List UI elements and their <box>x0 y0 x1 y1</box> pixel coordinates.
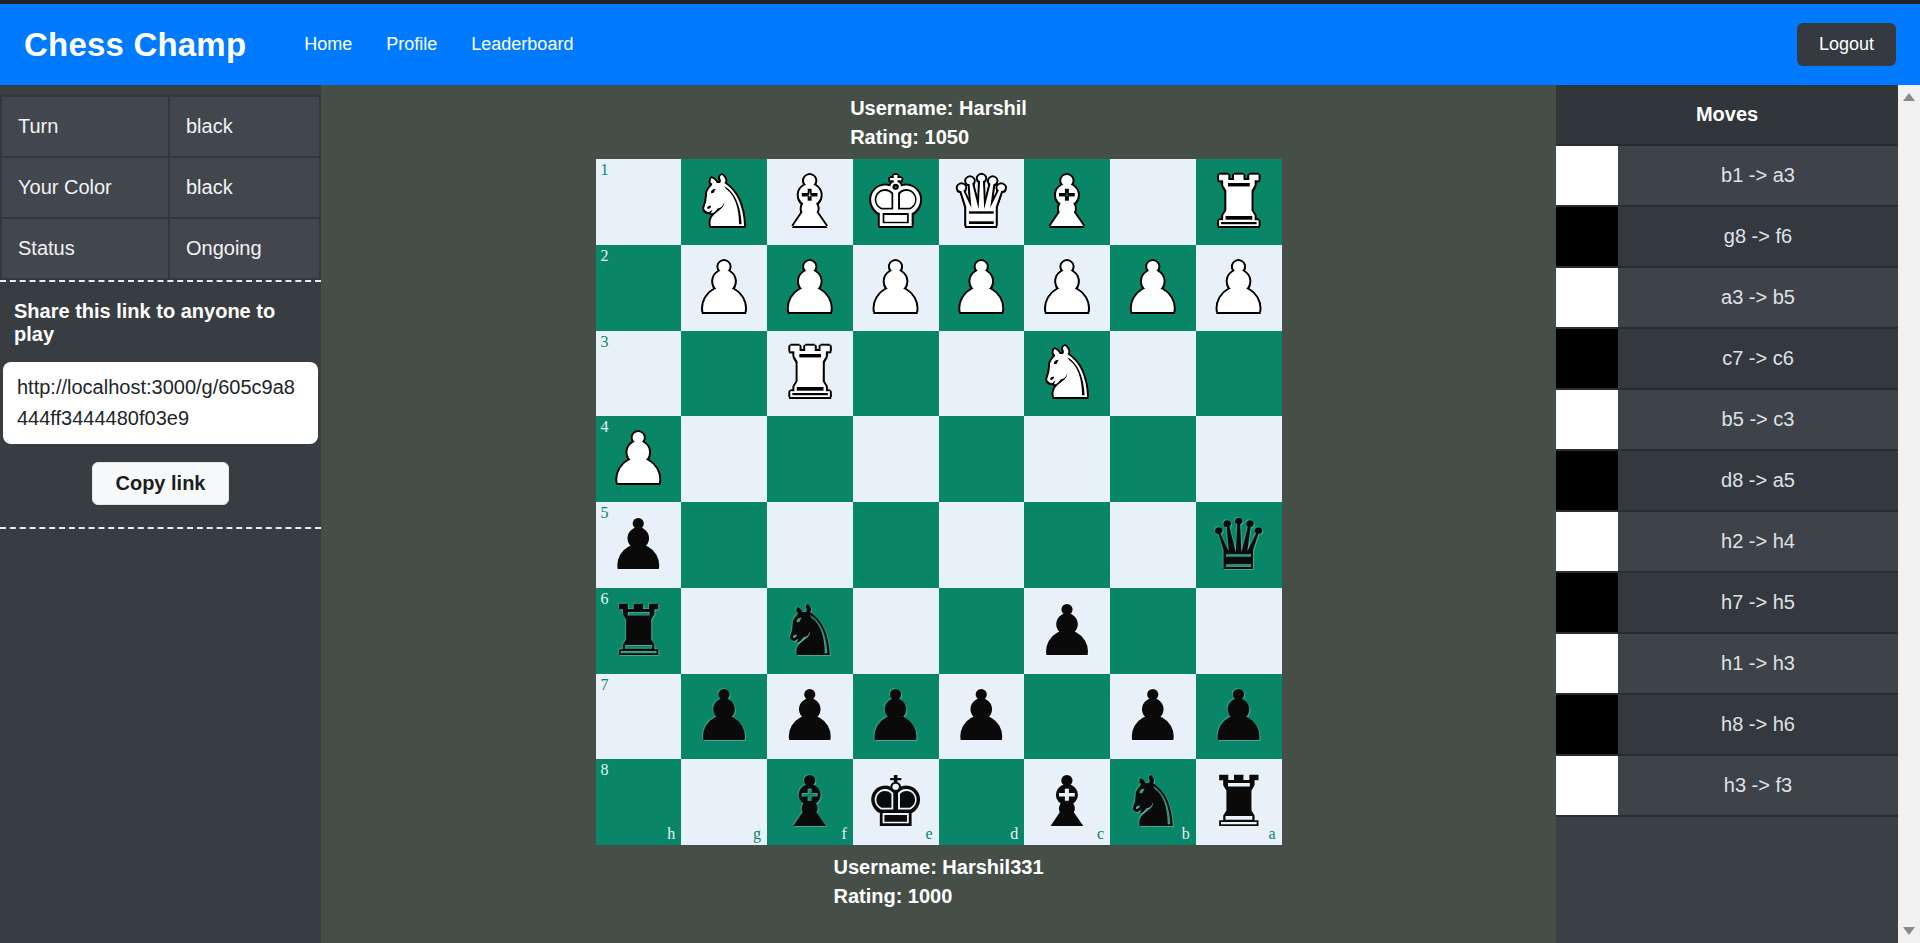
nav-leaderboard[interactable]: Leaderboard <box>471 34 573 55</box>
page: Chess Champ Home Profile Leaderboard Log… <box>0 0 1920 943</box>
square-d8[interactable]: d <box>939 759 1025 845</box>
square-c1[interactable]: ♝ <box>1024 159 1110 245</box>
square-e5[interactable] <box>853 502 939 588</box>
black-p-piece[interactable]: ♟ <box>950 681 1013 751</box>
white-move-swatch <box>1556 146 1618 205</box>
white-p-piece[interactable]: ♟ <box>778 253 841 323</box>
move-row: h2 -> h4 <box>1556 512 1898 573</box>
square-b2[interactable]: ♟ <box>1110 245 1196 331</box>
square-c8[interactable]: c♝ <box>1024 759 1110 845</box>
black-p-piece[interactable]: ♟ <box>1036 596 1099 666</box>
square-f6[interactable]: ♞ <box>767 588 853 674</box>
square-d1[interactable]: ♛ <box>939 159 1025 245</box>
table-row: Status Ongoing <box>1 218 320 279</box>
black-move-swatch <box>1556 695 1618 754</box>
square-a6[interactable] <box>1196 588 1282 674</box>
square-g2[interactable]: ♟ <box>681 245 767 331</box>
turn-value: black <box>169 96 320 157</box>
player-rating: Rating: 1000 <box>833 882 1043 911</box>
black-move-swatch <box>1556 451 1618 510</box>
move-text: b1 -> a3 <box>1618 146 1898 205</box>
file-label: c <box>1097 826 1104 842</box>
copy-link-button[interactable]: Copy link <box>92 462 228 505</box>
your-color-value: black <box>169 157 320 218</box>
rank-label: 8 <box>601 762 609 778</box>
file-label: d <box>1010 826 1018 842</box>
square-h2[interactable]: 2 <box>596 245 682 331</box>
square-g1[interactable]: ♞ <box>681 159 767 245</box>
square-h8[interactable]: 8h <box>596 759 682 845</box>
table-row: Your Color black <box>1 157 320 218</box>
rank-label: 1 <box>601 162 609 178</box>
move-text: g8 -> f6 <box>1618 207 1898 266</box>
file-label: g <box>753 826 761 842</box>
square-e8[interactable]: e♚ <box>853 759 939 845</box>
move-row: g8 -> f6 <box>1556 207 1898 268</box>
move-text: a3 -> b5 <box>1618 268 1898 327</box>
status-value: Ongoing <box>169 218 320 279</box>
rank-label: 7 <box>601 677 609 693</box>
square-g7[interactable]: ♟ <box>681 674 767 760</box>
black-n-piece[interactable]: ♞ <box>778 596 841 666</box>
your-color-label: Your Color <box>1 157 169 218</box>
square-a3[interactable] <box>1196 331 1282 417</box>
white-move-swatch <box>1556 390 1618 449</box>
square-g8[interactable]: g <box>681 759 767 845</box>
square-f4[interactable] <box>767 416 853 502</box>
square-h1[interactable]: 1 <box>596 159 682 245</box>
square-g6[interactable] <box>681 588 767 674</box>
square-a2[interactable]: ♟ <box>1196 245 1282 331</box>
move-text: h2 -> h4 <box>1618 512 1898 571</box>
logout-button[interactable]: Logout <box>1797 23 1896 66</box>
square-d3[interactable] <box>939 331 1025 417</box>
file-label: f <box>841 826 846 842</box>
move-text: h1 -> h3 <box>1618 634 1898 693</box>
moves-title: Moves <box>1556 85 1898 146</box>
black-move-swatch <box>1556 207 1618 266</box>
scroll-down-icon[interactable] <box>1903 927 1915 935</box>
move-row: b5 -> c3 <box>1556 390 1898 451</box>
square-c7[interactable] <box>1024 674 1110 760</box>
rank-label: 2 <box>601 248 609 264</box>
move-row: b1 -> a3 <box>1556 146 1898 207</box>
square-a4[interactable] <box>1196 416 1282 502</box>
black-move-swatch <box>1556 329 1618 388</box>
white-p-piece[interactable]: ♟ <box>693 253 756 323</box>
square-c2[interactable]: ♟ <box>1024 245 1110 331</box>
rank-label: 3 <box>601 334 609 350</box>
file-label: a <box>1268 826 1275 842</box>
black-b-piece[interactable]: ♝ <box>1036 767 1099 837</box>
white-p-piece[interactable]: ♟ <box>607 424 670 494</box>
square-e6[interactable] <box>853 588 939 674</box>
opponent-username: Username: Harshil <box>850 94 1027 123</box>
square-a7[interactable]: ♟ <box>1196 674 1282 760</box>
white-p-piece[interactable]: ♟ <box>864 253 927 323</box>
rank-label: 6 <box>601 591 609 607</box>
move-row: c7 -> c6 <box>1556 329 1898 390</box>
status-label: Status <box>1 218 169 279</box>
player-username: Username: Harshil331 <box>833 853 1043 882</box>
share-section: Share this link to anyone to play http:/… <box>0 282 321 529</box>
move-text: d8 -> a5 <box>1618 451 1898 510</box>
opponent-info: Username: Harshil Rating: 1050 <box>596 94 1282 152</box>
white-r-piece[interactable]: ♜ <box>1207 167 1270 237</box>
black-k-piece[interactable]: ♚ <box>864 767 927 837</box>
content-row: Turn black Your Color black Status Ongoi… <box>0 85 1920 943</box>
nav-profile[interactable]: Profile <box>386 34 437 55</box>
nav-home[interactable]: Home <box>304 34 352 55</box>
white-move-swatch <box>1556 512 1618 571</box>
square-b1[interactable] <box>1110 159 1196 245</box>
black-move-swatch <box>1556 573 1618 632</box>
app-title: Chess Champ <box>24 26 246 64</box>
white-move-swatch <box>1556 756 1618 815</box>
black-p-piece[interactable]: ♟ <box>1121 681 1184 751</box>
file-label: e <box>925 826 932 842</box>
file-label: b <box>1182 826 1190 842</box>
square-f5[interactable] <box>767 502 853 588</box>
app-header: Chess Champ Home Profile Leaderboard Log… <box>0 4 1920 85</box>
share-link-field[interactable]: http://localhost:3000/g/605c9a8444ff3444… <box>3 362 318 444</box>
main-nav: Home Profile Leaderboard <box>304 34 573 55</box>
game-info-sidebar: Turn black Your Color black Status Ongoi… <box>0 85 321 943</box>
move-text: b5 -> c3 <box>1618 390 1898 449</box>
square-b5[interactable] <box>1110 502 1196 588</box>
black-r-piece[interactable]: ♜ <box>607 596 670 666</box>
move-row: h1 -> h3 <box>1556 634 1898 695</box>
move-list: b1 -> a3g8 -> f6a3 -> b5c7 -> c6b5 -> c3… <box>1556 146 1898 817</box>
white-p-piece[interactable]: ♟ <box>950 253 1013 323</box>
square-b3[interactable] <box>1110 331 1196 417</box>
file-label: h <box>667 826 675 842</box>
white-b-piece[interactable]: ♝ <box>778 167 841 237</box>
square-a5[interactable]: ♛ <box>1196 502 1282 588</box>
black-p-piece[interactable]: ♟ <box>864 681 927 751</box>
square-e7[interactable]: ♟ <box>853 674 939 760</box>
square-a1[interactable]: ♜ <box>1196 159 1282 245</box>
square-a8[interactable]: a♜ <box>1196 759 1282 845</box>
white-r-piece[interactable]: ♜ <box>778 338 841 408</box>
copy-row: Copy link <box>0 462 321 505</box>
square-g3[interactable] <box>681 331 767 417</box>
share-heading: Share this link to anyone to play <box>0 300 321 346</box>
white-q-piece[interactable]: ♛ <box>950 167 1013 237</box>
move-row: d8 -> a5 <box>1556 451 1898 512</box>
square-h4[interactable]: 4♟ <box>596 416 682 502</box>
rank-label: 4 <box>601 419 609 435</box>
square-f8[interactable]: f♝ <box>767 759 853 845</box>
black-p-piece[interactable]: ♟ <box>778 681 841 751</box>
square-c3[interactable]: ♞ <box>1024 331 1110 417</box>
square-f7[interactable]: ♟ <box>767 674 853 760</box>
white-p-piece[interactable]: ♟ <box>1121 253 1184 323</box>
square-g4[interactable] <box>681 416 767 502</box>
square-e4[interactable] <box>853 416 939 502</box>
black-n-piece[interactable]: ♞ <box>1121 767 1184 837</box>
square-d7[interactable]: ♟ <box>939 674 1025 760</box>
move-row: h3 -> f3 <box>1556 756 1898 817</box>
black-r-piece[interactable]: ♜ <box>1207 767 1270 837</box>
turn-label: Turn <box>1 96 169 157</box>
black-p-piece[interactable]: ♟ <box>607 510 670 580</box>
move-row: h8 -> h6 <box>1556 695 1898 756</box>
move-row: h7 -> h5 <box>1556 573 1898 634</box>
square-e3[interactable] <box>853 331 939 417</box>
white-b-piece[interactable]: ♝ <box>1036 167 1099 237</box>
square-h7[interactable]: 7 <box>596 674 682 760</box>
square-b4[interactable] <box>1110 416 1196 502</box>
square-f3[interactable]: ♜ <box>767 331 853 417</box>
game-info-table: Turn black Your Color black Status Ongoi… <box>0 95 321 280</box>
move-text: h8 -> h6 <box>1618 695 1898 754</box>
scroll-up-icon[interactable] <box>1903 93 1915 101</box>
square-c6[interactable]: ♟ <box>1024 588 1110 674</box>
square-f2[interactable]: ♟ <box>767 245 853 331</box>
board-area: Username: Harshil Rating: 1050 1♞♝♚♛♝♜2♟… <box>321 85 1556 943</box>
square-d4[interactable] <box>939 416 1025 502</box>
black-p-piece[interactable]: ♟ <box>693 681 756 751</box>
square-e2[interactable]: ♟ <box>853 245 939 331</box>
white-p-piece[interactable]: ♟ <box>1036 253 1099 323</box>
table-row: Turn black <box>1 96 320 157</box>
move-text: c7 -> c6 <box>1618 329 1898 388</box>
chess-board: 1♞♝♚♛♝♜2♟♟♟♟♟♟♟3♜♞4♟5♟♛6♜♞♟7♟♟♟♟♟♟8hgf♝e… <box>596 159 1282 845</box>
moves-panel: Moves b1 -> a3g8 -> f6a3 -> b5c7 -> c6b5… <box>1556 85 1898 943</box>
white-k-piece[interactable]: ♚ <box>864 167 927 237</box>
white-n-piece[interactable]: ♞ <box>693 167 756 237</box>
square-d5[interactable] <box>939 502 1025 588</box>
move-text: h3 -> f3 <box>1618 756 1898 815</box>
square-f1[interactable]: ♝ <box>767 159 853 245</box>
move-text: h7 -> h5 <box>1618 573 1898 632</box>
square-d6[interactable] <box>939 588 1025 674</box>
page-scrollbar[interactable] <box>1898 85 1920 943</box>
square-h5[interactable]: 5♟ <box>596 502 682 588</box>
black-q-piece[interactable]: ♛ <box>1207 510 1270 580</box>
rank-label: 5 <box>601 505 609 521</box>
white-move-swatch <box>1556 268 1618 327</box>
square-b6[interactable] <box>1110 588 1196 674</box>
square-d2[interactable]: ♟ <box>939 245 1025 331</box>
square-c5[interactable] <box>1024 502 1110 588</box>
opponent-rating: Rating: 1050 <box>850 123 1027 152</box>
square-c4[interactable] <box>1024 416 1110 502</box>
moves-filler <box>1556 817 1898 943</box>
square-g5[interactable] <box>681 502 767 588</box>
black-b-piece[interactable]: ♝ <box>778 767 841 837</box>
square-h6[interactable]: 6♜ <box>596 588 682 674</box>
square-h3[interactable]: 3 <box>596 331 682 417</box>
square-b7[interactable]: ♟ <box>1110 674 1196 760</box>
black-p-piece[interactable]: ♟ <box>1207 681 1270 751</box>
square-b8[interactable]: b♞ <box>1110 759 1196 845</box>
move-row: a3 -> b5 <box>1556 268 1898 329</box>
player-info: Username: Harshil331 Rating: 1000 <box>596 853 1282 911</box>
white-n-piece[interactable]: ♞ <box>1036 338 1099 408</box>
white-move-swatch <box>1556 634 1618 693</box>
white-p-piece[interactable]: ♟ <box>1207 253 1270 323</box>
square-e1[interactable]: ♚ <box>853 159 939 245</box>
